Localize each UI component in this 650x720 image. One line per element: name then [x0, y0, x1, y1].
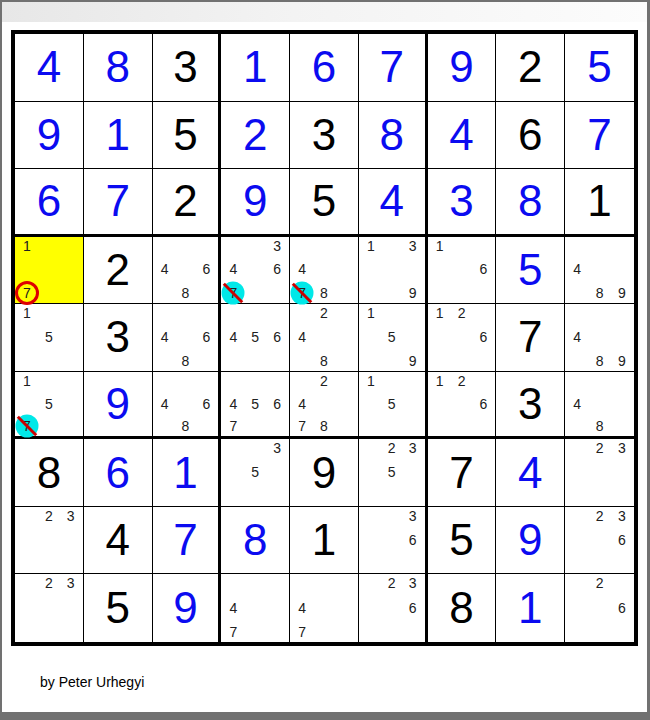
candidate-5: 5: [249, 397, 261, 411]
cell-r7c3[interactable]: 1: [153, 439, 222, 507]
solved-digit: 8: [84, 34, 152, 101]
candidate-7-red-circle: 7: [21, 286, 33, 300]
candidate-8: 8: [179, 419, 191, 433]
solved-digit: 4: [496, 439, 564, 506]
given-digit: 5: [84, 574, 152, 642]
cell-r6c9[interactable]: 48: [565, 372, 634, 440]
candidate-2: 2: [456, 374, 468, 388]
cell-r7c5[interactable]: 9: [290, 439, 359, 507]
candidate-3: 3: [65, 509, 77, 523]
candidate-2: 2: [594, 509, 606, 523]
pencil-marks: 3467: [221, 237, 289, 304]
given-digit: 6: [496, 102, 564, 169]
candidate-6: 6: [407, 601, 419, 615]
pencil-marks: 48: [565, 372, 634, 437]
cell-r9c2[interactable]: 5: [84, 574, 153, 642]
candidate-4: 4: [227, 330, 239, 344]
pencil-marks: 489: [565, 237, 634, 304]
candidate-2: 2: [43, 509, 55, 523]
candidate-1: 1: [434, 306, 446, 320]
solved-digit: 6: [290, 34, 358, 101]
candidate-6: 6: [271, 262, 283, 276]
candidate-6: 6: [407, 533, 419, 547]
pencil-marks: 23: [565, 439, 634, 506]
cell-r5c4[interactable]: 456: [221, 304, 290, 372]
solved-digit: 9: [221, 169, 289, 234]
red-circle-icon: [15, 281, 39, 305]
solved-digit: 8: [359, 102, 425, 169]
candidate-4: 4: [571, 397, 583, 411]
pencil-marks: 47: [290, 574, 358, 642]
solved-digit: 9: [428, 34, 496, 101]
pencil-marks: 23: [15, 507, 83, 574]
solved-digit: 4: [359, 169, 425, 234]
cell-r7c7[interactable]: 7: [428, 439, 497, 507]
candidate-8: 8: [318, 354, 330, 368]
cell-r1c6[interactable]: 7: [359, 34, 428, 102]
candidate-2: 2: [456, 306, 468, 320]
candidate-2: 2: [386, 441, 398, 455]
candidate-6: 6: [477, 330, 489, 344]
pencil-marks: 248: [290, 304, 358, 371]
candidate-4: 4: [296, 330, 308, 344]
candidate-9: 9: [616, 354, 628, 368]
cell-r6c6[interactable]: 15: [359, 372, 428, 440]
solved-digit: 9: [496, 507, 564, 574]
candidate-6: 6: [477, 397, 489, 411]
pencil-marks: 126: [428, 304, 496, 371]
candidate-3: 3: [271, 441, 283, 455]
candidate-4: 4: [159, 330, 171, 344]
candidate-1: 1: [365, 239, 377, 253]
given-digit: 8: [15, 439, 83, 506]
candidate-4: 4: [296, 262, 308, 276]
candidate-5: 5: [43, 330, 55, 344]
candidate-6: 6: [477, 262, 489, 276]
candidate-3: 3: [616, 509, 628, 523]
pencil-marks: 23: [15, 574, 83, 642]
pencil-marks: 17: [15, 237, 83, 304]
cell-r8c2[interactable]: 4: [84, 507, 153, 575]
solved-digit: 9: [15, 102, 83, 169]
cell-r4c8[interactable]: 5: [496, 237, 565, 305]
cell-r7c9[interactable]: 23: [565, 439, 634, 507]
candidate-2: 2: [386, 576, 398, 590]
solved-digit: 8: [221, 507, 289, 574]
cell-r8c1[interactable]: 23: [15, 507, 84, 575]
cell-r3c9[interactable]: 1: [565, 169, 634, 237]
solved-digit: 8: [496, 169, 564, 234]
cell-r6c3[interactable]: 468: [153, 372, 222, 440]
pencil-marks: 478: [290, 237, 358, 304]
cell-r3c2[interactable]: 7: [84, 169, 153, 237]
candidate-4: 4: [227, 397, 239, 411]
candidate-1: 1: [434, 239, 446, 253]
given-digit: 2: [84, 237, 152, 304]
given-digit: 3: [84, 304, 152, 371]
pencil-marks: 235: [359, 439, 425, 506]
cell-r8c5[interactable]: 1: [290, 507, 359, 575]
cell-r5c3[interactable]: 468: [153, 304, 222, 372]
window-title-strip: [2, 2, 647, 22]
solved-digit: 1: [84, 102, 152, 169]
cell-r1c4[interactable]: 1: [221, 34, 290, 102]
cell-r2c2[interactable]: 1: [84, 102, 153, 170]
pencil-marks: 47: [221, 574, 289, 642]
cell-r2c8[interactable]: 6: [496, 102, 565, 170]
cell-r2c5[interactable]: 3: [290, 102, 359, 170]
candidate-7: 7: [227, 625, 239, 639]
cell-r3c1[interactable]: 6: [15, 169, 84, 237]
cell-r7c1[interactable]: 8: [15, 439, 84, 507]
given-digit: 3: [496, 372, 564, 437]
candidate-7-cyan-cross: 7: [21, 419, 33, 433]
pencil-marks: 36: [359, 507, 425, 574]
given-digit: 1: [565, 169, 634, 234]
pencil-marks: 16: [428, 237, 496, 304]
candidate-8: 8: [318, 419, 330, 433]
solved-digit: 5: [496, 237, 564, 304]
candidate-4: 4: [296, 397, 308, 411]
cell-r2c1[interactable]: 9: [15, 102, 84, 170]
candidate-5: 5: [386, 397, 398, 411]
cell-r9c3[interactable]: 9: [153, 574, 222, 642]
cell-r6c1[interactable]: 157: [15, 372, 84, 440]
cell-r6c4[interactable]: 4567: [221, 372, 290, 440]
cell-r4c3[interactable]: 468: [153, 237, 222, 305]
candidate-6: 6: [200, 262, 212, 276]
cell-r4c6[interactable]: 139: [359, 237, 428, 305]
cell-r4c1[interactable]: 17: [15, 237, 84, 305]
candidate-5: 5: [249, 465, 261, 479]
cell-r6c7[interactable]: 126: [428, 372, 497, 440]
given-digit: 2: [496, 34, 564, 101]
cell-r1c9[interactable]: 5: [565, 34, 634, 102]
candidate-5: 5: [43, 397, 55, 411]
candidate-2: 2: [318, 306, 330, 320]
candidate-2: 2: [43, 576, 55, 590]
candidate-4: 4: [159, 262, 171, 276]
candidate-6: 6: [271, 397, 283, 411]
candidate-6: 6: [200, 397, 212, 411]
sudoku-board: 4831679259152384676729543811724683467478…: [11, 30, 638, 646]
candidate-9: 9: [407, 286, 419, 300]
candidate-3: 3: [407, 239, 419, 253]
given-digit: 3: [153, 34, 219, 101]
solved-digit: 9: [84, 372, 152, 437]
cell-r4c9[interactable]: 489: [565, 237, 634, 305]
pencil-marks: 35: [221, 439, 289, 506]
solved-digit: 6: [15, 169, 83, 234]
cell-r6c8[interactable]: 3: [496, 372, 565, 440]
solved-digit: 1: [221, 34, 289, 101]
candidate-8: 8: [318, 286, 330, 300]
solved-digit: 3: [428, 169, 496, 234]
candidate-8: 8: [179, 286, 191, 300]
cell-r8c3[interactable]: 7: [153, 507, 222, 575]
pencil-marks: 126: [428, 372, 496, 437]
solved-digit: 6: [84, 439, 152, 506]
candidate-1: 1: [365, 374, 377, 388]
cell-r4c2[interactable]: 2: [84, 237, 153, 305]
candidate-1: 1: [434, 374, 446, 388]
candidate-4: 4: [571, 262, 583, 276]
candidate-9: 9: [407, 354, 419, 368]
cell-r2c6[interactable]: 8: [359, 102, 428, 170]
cell-r1c8[interactable]: 2: [496, 34, 565, 102]
cell-r1c2[interactable]: 8: [84, 34, 153, 102]
solved-digit: 1: [496, 574, 564, 642]
pencil-marks: 4567: [221, 372, 289, 437]
candidate-7-cyan-cross: 7: [227, 286, 239, 300]
cell-r3c8[interactable]: 8: [496, 169, 565, 237]
pencil-marks: 468: [153, 237, 219, 304]
cell-r8c8[interactable]: 9: [496, 507, 565, 575]
candidate-2: 2: [318, 374, 330, 388]
candidate-1: 1: [21, 374, 33, 388]
candidate-3: 3: [407, 576, 419, 590]
cell-r1c7[interactable]: 9: [428, 34, 497, 102]
candidate-2: 2: [594, 576, 606, 590]
candidate-7: 7: [227, 419, 239, 433]
solved-digit: 4: [15, 34, 83, 101]
author-credit: by Peter Urhegyi: [40, 674, 144, 690]
pencil-marks: 26: [565, 574, 634, 642]
cell-r7c6[interactable]: 235: [359, 439, 428, 507]
pencil-marks: 236: [359, 574, 425, 642]
cell-r9c6[interactable]: 236: [359, 574, 428, 642]
candidate-9: 9: [616, 286, 628, 300]
pencil-marks: 15: [15, 304, 83, 371]
cell-r8c9[interactable]: 236: [565, 507, 634, 575]
candidate-6: 6: [616, 533, 628, 547]
candidate-8: 8: [594, 354, 606, 368]
candidate-4: 4: [296, 601, 308, 615]
cell-r2c7[interactable]: 4: [428, 102, 497, 170]
candidate-4: 4: [227, 601, 239, 615]
candidate-4: 4: [159, 397, 171, 411]
candidate-5: 5: [386, 330, 398, 344]
cell-r3c6[interactable]: 4: [359, 169, 428, 237]
cell-r6c2[interactable]: 9: [84, 372, 153, 440]
cell-r1c3[interactable]: 3: [153, 34, 222, 102]
solved-digit: 7: [565, 102, 634, 169]
cell-r1c5[interactable]: 6: [290, 34, 359, 102]
cell-r8c4[interactable]: 8: [221, 507, 290, 575]
cell-r8c7[interactable]: 5: [428, 507, 497, 575]
cell-r4c4[interactable]: 3467: [221, 237, 290, 305]
cell-r9c5[interactable]: 47: [290, 574, 359, 642]
candidate-5: 5: [386, 465, 398, 479]
cell-r5c2[interactable]: 3: [84, 304, 153, 372]
pencil-marks: 2478: [290, 372, 358, 437]
given-digit: 1: [290, 507, 358, 574]
candidate-8: 8: [594, 286, 606, 300]
candidate-3: 3: [271, 239, 283, 253]
given-digit: 3: [290, 102, 358, 169]
candidate-1: 1: [365, 306, 377, 320]
pencil-marks: 157: [15, 372, 83, 437]
candidate-8: 8: [179, 354, 191, 368]
candidate-5: 5: [249, 330, 261, 344]
candidate-7: 7: [296, 625, 308, 639]
given-digit: 5: [428, 507, 496, 574]
pencil-marks: 468: [153, 372, 219, 437]
pencil-marks: 236: [565, 507, 634, 574]
candidate-1: 1: [21, 306, 33, 320]
given-digit: 7: [428, 439, 496, 506]
cell-r6c5[interactable]: 2478: [290, 372, 359, 440]
cell-r5c6[interactable]: 159: [359, 304, 428, 372]
solved-digit: 7: [84, 169, 152, 234]
given-digit: 8: [428, 574, 496, 642]
cell-r5c8[interactable]: 7: [496, 304, 565, 372]
cell-r3c3[interactable]: 2: [153, 169, 222, 237]
cell-r4c7[interactable]: 16: [428, 237, 497, 305]
cell-r5c5[interactable]: 248: [290, 304, 359, 372]
cell-r7c2[interactable]: 6: [84, 439, 153, 507]
solved-digit: 7: [359, 34, 425, 101]
cell-r3c4[interactable]: 9: [221, 169, 290, 237]
given-digit: 2: [153, 169, 219, 234]
cell-r9c4[interactable]: 47: [221, 574, 290, 642]
solved-digit: 2: [221, 102, 289, 169]
candidate-6: 6: [616, 601, 628, 615]
solved-digit: 5: [565, 34, 634, 101]
pencil-marks: 468: [153, 304, 219, 371]
candidate-4: 4: [227, 262, 239, 276]
cell-r3c7[interactable]: 3: [428, 169, 497, 237]
given-digit: 4: [84, 507, 152, 574]
cell-r2c4[interactable]: 2: [221, 102, 290, 170]
candidate-3: 3: [616, 441, 628, 455]
given-digit: 5: [153, 102, 219, 169]
given-digit: 7: [496, 304, 564, 371]
cell-r9c9[interactable]: 26: [565, 574, 634, 642]
cell-r3c5[interactable]: 5: [290, 169, 359, 237]
cell-r2c3[interactable]: 5: [153, 102, 222, 170]
candidate-3: 3: [407, 441, 419, 455]
pencil-marks: 15: [359, 372, 425, 437]
solved-digit: 7: [153, 507, 219, 574]
cell-r8c6[interactable]: 36: [359, 507, 428, 575]
candidate-1: 1: [21, 239, 33, 253]
solved-digit: 4: [428, 102, 496, 169]
cell-r9c8[interactable]: 1: [496, 574, 565, 642]
cell-r2c9[interactable]: 7: [565, 102, 634, 170]
pencil-marks: 159: [359, 304, 425, 371]
solved-digit: 1: [153, 439, 219, 506]
pencil-marks: 489: [565, 304, 634, 371]
given-digit: 9: [290, 439, 358, 506]
cell-r5c9[interactable]: 489: [565, 304, 634, 372]
candidate-6: 6: [271, 330, 283, 344]
cell-r9c1[interactable]: 23: [15, 574, 84, 642]
solved-digit: 9: [153, 574, 219, 642]
pencil-marks: 139: [359, 237, 425, 304]
candidate-8: 8: [594, 419, 606, 433]
candidate-3: 3: [407, 509, 419, 523]
cell-r7c4[interactable]: 35: [221, 439, 290, 507]
given-digit: 5: [290, 169, 358, 234]
cell-r5c7[interactable]: 126: [428, 304, 497, 372]
candidate-7-cyan-cross: 7: [296, 286, 308, 300]
pencil-marks: 456: [221, 304, 289, 371]
candidate-3: 3: [65, 576, 77, 590]
cell-r9c7[interactable]: 8: [428, 574, 497, 642]
cell-r4c5[interactable]: 478: [290, 237, 359, 305]
candidate-4: 4: [571, 330, 583, 344]
candidate-2: 2: [594, 441, 606, 455]
cell-r1c1[interactable]: 4: [15, 34, 84, 102]
candidate-6: 6: [200, 330, 212, 344]
candidate-7: 7: [296, 419, 308, 433]
cell-r5c1[interactable]: 15: [15, 304, 84, 372]
cell-r7c8[interactable]: 4: [496, 439, 565, 507]
